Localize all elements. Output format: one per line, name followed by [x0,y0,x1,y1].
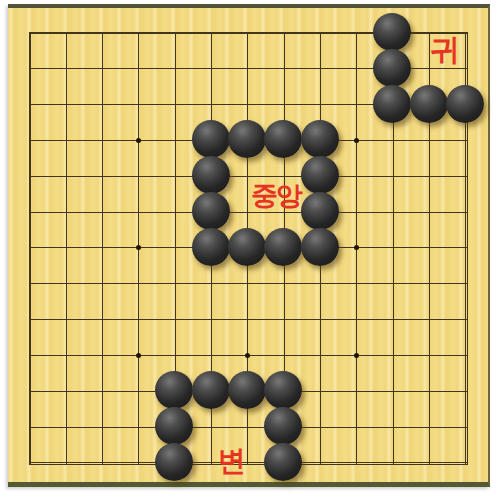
region-label-corner: 귀 [430,35,460,65]
black-stone-6-5[interactable] [192,156,230,194]
black-stone-8-13[interactable] [264,443,302,481]
black-stone-9-6[interactable] [301,192,339,230]
black-stone-11-2[interactable] [373,49,411,87]
black-stone-6-4[interactable] [192,120,230,158]
black-stone-8-7[interactable] [264,228,302,266]
black-stone-6-11[interactable] [192,371,230,409]
black-stone-12-3[interactable] [410,85,448,123]
black-stone-11-3[interactable] [373,85,411,123]
black-stone-6-6[interactable] [192,192,230,230]
region-label-side: 변 [218,447,246,475]
black-stone-6-7[interactable] [192,228,230,266]
go-board[interactable]: 귀중앙변 [8,4,490,487]
black-stone-7-11[interactable] [228,371,266,409]
black-stone-7-7[interactable] [228,228,266,266]
screenshot-root: 귀중앙변 [0,0,500,503]
black-stone-9-5[interactable] [301,156,339,194]
region-label-center: 중앙 [251,183,301,210]
black-stone-5-13[interactable] [155,443,193,481]
black-stone-13-3[interactable] [446,85,484,123]
black-stone-9-7[interactable] [301,228,339,266]
black-stone-9-4[interactable] [301,120,339,158]
